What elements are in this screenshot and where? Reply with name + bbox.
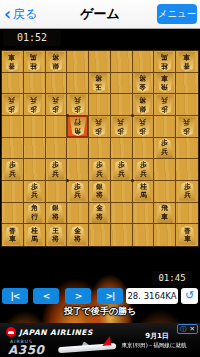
hoshi-dot	[66, 114, 69, 117]
sente-clock: 01:45	[152, 271, 192, 285]
top-nav-bar: ‹ 戻る ゲーム メニュー	[0, 0, 200, 29]
piece-kanji: 歩	[9, 105, 16, 114]
piece-kanji: 兵	[74, 96, 81, 105]
board-cell-r5c9[interactable]	[176, 138, 198, 160]
piece-歩兵-gote[interactable]: 歩兵	[90, 117, 108, 136]
board-cell-r7c9[interactable]: 歩兵	[176, 181, 198, 203]
piece-kanji: 兵	[53, 170, 60, 179]
piece-kanji: 兵	[140, 118, 147, 127]
piece-kanji: 将	[53, 235, 60, 244]
piece-香車-gote[interactable]: 香車	[3, 52, 21, 71]
board-cell-r2c7[interactable]: 金将	[133, 73, 155, 95]
piece-kanji: 王	[53, 227, 60, 236]
piece-kanji: 桂	[31, 61, 38, 70]
last-move-button[interactable]: >|	[97, 288, 123, 304]
piece-kanji: 兵	[96, 170, 103, 179]
board-cell-r8c3[interactable]: 銀将	[46, 203, 68, 225]
piece-香車-gote[interactable]: 香車	[178, 52, 196, 71]
ad-controls-chip: ⓘ ✕	[177, 324, 198, 334]
piece-kanji: 歩	[53, 105, 60, 114]
piece-kanji: 桂	[140, 183, 147, 192]
board-cell-r1c8[interactable]: 桂馬	[154, 51, 176, 73]
board-cell-r8c6[interactable]	[111, 203, 133, 225]
piece-歩兵-sente[interactable]: 歩兵	[156, 138, 174, 157]
board-cell-r5c6[interactable]	[111, 138, 133, 160]
hoshi-dot	[131, 179, 134, 182]
piece-kanji: 兵	[184, 191, 191, 200]
board-cell-r3c9[interactable]	[176, 94, 198, 116]
piece-kanji: 将	[74, 235, 81, 244]
piece-kanji: 車	[162, 74, 169, 83]
move-display-field[interactable]: 28. 3164KA	[126, 288, 178, 304]
piece-kanji: 歩	[162, 139, 169, 148]
piece-kanji: 馬	[31, 235, 38, 244]
board-cell-r7c4[interactable]: 歩兵	[67, 181, 89, 203]
piece-歩兵-sente[interactable]: 歩兵	[3, 160, 21, 179]
piece-kanji: 将	[140, 96, 147, 105]
board-cell-r6c1[interactable]: 歩兵	[2, 159, 24, 181]
piece-kanji: 将	[53, 53, 60, 62]
undo-icon: ↺	[185, 289, 194, 302]
prev-move-button[interactable]: <	[33, 288, 59, 304]
gote-clock: 01:52	[3, 30, 61, 46]
board-cell-r2c8[interactable]: 飛車	[154, 73, 176, 95]
piece-歩兵-gote[interactable]: 歩兵	[134, 117, 152, 136]
piece-歩兵-gote[interactable]: 歩兵	[156, 95, 174, 114]
piece-銀将-sente[interactable]: 銀将	[47, 203, 65, 222]
piece-kanji: 兵	[31, 191, 38, 200]
piece-銀将-gote[interactable]: 銀将	[47, 52, 65, 71]
board-cell-r3c2[interactable]: 歩兵	[24, 94, 46, 116]
board-cell-r5c7[interactable]	[133, 138, 155, 160]
piece-飛車-gote[interactable]: 飛車	[156, 73, 174, 92]
board-cell-r8c4[interactable]	[67, 203, 89, 225]
board-cell-r9c1[interactable]: 香車	[2, 224, 24, 246]
piece-王将-sente[interactable]: 王将	[47, 226, 65, 245]
board-cell-r5c4[interactable]	[67, 138, 89, 160]
board-cell-r1c7[interactable]	[133, 51, 155, 73]
piece-kanji: 飛	[162, 83, 169, 92]
board-cell-r8c7[interactable]	[133, 203, 155, 225]
board-cell-r6c8[interactable]	[154, 159, 176, 181]
piece-歩兵-sente[interactable]: 歩兵	[25, 182, 43, 201]
board-cell-r9c2[interactable]: 桂馬	[24, 224, 46, 246]
piece-kanji: 兵	[96, 118, 103, 127]
board-cell-r5c5[interactable]	[89, 138, 111, 160]
airplane-image	[58, 335, 121, 355]
board-cell-r8c2[interactable]: 角行	[24, 203, 46, 225]
board-cell-r9c7[interactable]	[133, 224, 155, 246]
piece-kanji: 将	[96, 74, 103, 83]
board-cell-r1c3[interactable]: 銀将	[46, 51, 68, 73]
board-cell-r8c1[interactable]	[2, 203, 24, 225]
piece-kanji: 兵	[9, 96, 16, 105]
board-cell-r4c3[interactable]	[46, 116, 68, 138]
piece-飛車-sente[interactable]: 飛車	[156, 203, 174, 222]
piece-kanji: 歩	[118, 161, 125, 170]
piece-金将-sente[interactable]: 金将	[69, 226, 87, 245]
piece-kanji: 車	[184, 53, 191, 62]
piece-kanji: 歩	[53, 161, 60, 170]
piece-kanji: 玉	[96, 83, 103, 92]
board-cell-r1c1[interactable]: 香車	[2, 51, 24, 73]
piece-桂馬-gote[interactable]: 桂馬	[156, 52, 174, 71]
board-cell-r9c6[interactable]	[111, 224, 133, 246]
piece-kanji: 馬	[31, 53, 38, 62]
hoshi-dot	[131, 114, 134, 117]
board-cell-r3c3[interactable]: 歩兵	[46, 94, 68, 116]
hoshi-dot	[66, 179, 69, 182]
piece-kanji: 歩	[118, 126, 125, 135]
piece-kanji: 兵	[118, 118, 125, 127]
board-cell-r1c4[interactable]	[67, 51, 89, 73]
board-cell-r4c8[interactable]	[154, 116, 176, 138]
ad-aircraft-model: A350	[8, 343, 44, 357]
piece-kanji: 角	[74, 126, 81, 135]
piece-歩兵-sente[interactable]: 歩兵	[69, 182, 87, 201]
board-cell-r1c6[interactable]	[111, 51, 133, 73]
piece-kanji: 金	[74, 227, 81, 236]
piece-歩兵-sente[interactable]: 歩兵	[178, 182, 196, 201]
piece-kanji: 将	[140, 74, 147, 83]
piece-金将-gote[interactable]: 金将	[134, 73, 152, 92]
board-cell-r2c1[interactable]	[2, 73, 24, 95]
board-cell-r1c9[interactable]: 香車	[176, 51, 198, 73]
game-result-text: 投了で後手の勝ち	[0, 305, 200, 318]
board-cell-r6c4[interactable]	[67, 159, 89, 181]
board-cell-r9c9[interactable]: 香車	[176, 224, 198, 246]
board-cell-r5c3[interactable]	[46, 138, 68, 160]
piece-kanji: 歩	[184, 183, 191, 192]
piece-kanji: 歩	[162, 105, 169, 114]
board-cell-r6c7[interactable]: 歩兵	[133, 159, 155, 181]
board-cell-r8c5[interactable]: 金将	[89, 203, 111, 225]
board-cell-r4c1[interactable]	[2, 116, 24, 138]
board-cell-r3c8[interactable]: 歩兵	[154, 94, 176, 116]
piece-kanji: 兵	[53, 96, 60, 105]
piece-kanji: 歩	[31, 183, 38, 192]
piece-金将-sente[interactable]: 金将	[90, 203, 108, 222]
board-cell-r4c6[interactable]: 歩兵	[111, 116, 133, 138]
piece-kanji: 飛	[162, 204, 169, 213]
piece-kanji: 将	[96, 191, 103, 200]
undo-button[interactable]: ↺	[181, 288, 198, 304]
board-cell-r4c4[interactable]: 角行	[67, 116, 89, 138]
board-cell-r8c9[interactable]	[176, 203, 198, 225]
board-cell-r5c8[interactable]: 歩兵	[154, 138, 176, 160]
piece-kanji: 桂	[162, 61, 169, 70]
piece-kanji: 香	[9, 61, 16, 70]
board-cell-r6c5[interactable]: 歩兵	[89, 159, 111, 181]
ad-info-icon[interactable]: ⓘ	[180, 325, 187, 333]
board-cell-r9c8[interactable]	[154, 224, 176, 246]
board-cell-r6c3[interactable]: 歩兵	[46, 159, 68, 181]
board-cell-r2c5[interactable]: 玉将	[89, 73, 111, 95]
board-cell-r2c3[interactable]	[46, 73, 68, 95]
ad-route-text: 東京(羽田)－福岡線に就航	[114, 341, 195, 349]
piece-歩兵-gote[interactable]: 歩兵	[112, 117, 130, 136]
board-cell-r6c2[interactable]	[24, 159, 46, 181]
board-cell-r4c9[interactable]: 歩兵	[176, 116, 198, 138]
jal-logo	[6, 327, 16, 337]
piece-kanji: 馬	[140, 191, 147, 200]
piece-角行-sente[interactable]: 角行	[25, 203, 43, 222]
piece-kanji: 歩	[96, 126, 103, 135]
piece-桂馬-sente[interactable]: 桂馬	[25, 226, 43, 245]
board-cell-r2c9[interactable]	[176, 73, 198, 95]
board-cell-r7c8[interactable]	[154, 181, 176, 203]
piece-桂馬-sente[interactable]: 桂馬	[134, 182, 152, 201]
shogi-app: ‹ 戻る ゲーム メニュー 01:52 香車桂馬銀将桂馬香車玉将金将飛車歩兵歩兵…	[0, 0, 200, 357]
piece-kanji: 金	[140, 83, 147, 92]
piece-kanji: 歩	[74, 183, 81, 192]
piece-玉将-gote[interactable]: 玉将	[90, 73, 108, 92]
piece-kanji: 銀	[140, 105, 147, 114]
piece-kanji: 兵	[162, 148, 169, 157]
piece-kanji: 歩	[140, 126, 147, 135]
piece-kanji: 歩	[31, 105, 38, 114]
piece-kanji: 香	[184, 227, 191, 236]
board-cell-r9c3[interactable]: 王将	[46, 224, 68, 246]
board-cell-r1c5[interactable]	[89, 51, 111, 73]
piece-kanji: 兵	[184, 118, 191, 127]
ad-brand-text: JAPAN AIRLINES	[19, 328, 93, 337]
piece-歩兵-gote[interactable]: 歩兵	[25, 95, 43, 114]
board-cell-r9c5[interactable]	[89, 224, 111, 246]
piece-kanji: 歩	[96, 161, 103, 170]
piece-桂馬-gote[interactable]: 桂馬	[25, 52, 43, 71]
piece-kanji: 馬	[162, 53, 169, 62]
piece-歩兵-gote[interactable]: 歩兵	[3, 95, 21, 114]
next-move-button[interactable]: >	[65, 288, 91, 304]
shogi-board[interactable]: 香車桂馬銀将桂馬香車玉将金将飛車歩兵歩兵歩兵歩兵銀将歩兵角行歩兵歩兵歩兵歩兵歩兵…	[1, 50, 199, 247]
piece-kanji: 車	[9, 53, 16, 62]
ad-banner[interactable]: JAPAN AIRLINES AIRBUS A350 9月1日 東京(羽田)－福…	[0, 323, 200, 357]
piece-kanji: 歩	[140, 161, 147, 170]
ad-close-icon[interactable]: ✕	[190, 325, 195, 333]
piece-歩兵-gote[interactable]: 歩兵	[47, 95, 65, 114]
board-cell-r3c1[interactable]: 歩兵	[2, 94, 24, 116]
board-cell-r5c1[interactable]	[2, 138, 24, 160]
board-cell-r7c3[interactable]	[46, 181, 68, 203]
piece-kanji: 車	[162, 213, 169, 222]
board-cell-r7c1[interactable]	[2, 181, 24, 203]
piece-kanji: 銀	[53, 61, 60, 70]
board-cell-r4c7[interactable]: 歩兵	[133, 116, 155, 138]
board-cell-r5c2[interactable]	[24, 138, 46, 160]
piece-kanji: 行	[74, 118, 81, 127]
board-cell-r4c2[interactable]	[24, 116, 46, 138]
piece-kanji: 兵	[31, 96, 38, 105]
piece-kanji: 銀	[53, 204, 60, 213]
board-cell-r3c5[interactable]	[89, 94, 111, 116]
piece-kanji: 歩	[74, 105, 81, 114]
piece-kanji: 歩	[184, 126, 191, 135]
piece-kanji: 車	[9, 235, 16, 244]
piece-kanji: 将	[53, 213, 60, 222]
piece-香車-sente[interactable]: 香車	[178, 226, 196, 245]
piece-kanji: 香	[9, 227, 16, 236]
piece-kanji: 兵	[9, 170, 16, 179]
board-cell-r2c6[interactable]	[111, 73, 133, 95]
board-cell-r3c7[interactable]: 銀将	[133, 94, 155, 116]
board-cell-r8c8[interactable]: 飛車	[154, 203, 176, 225]
piece-kanji: 兵	[162, 96, 169, 105]
piece-歩兵-sente[interactable]: 歩兵	[47, 160, 65, 179]
piece-kanji: 金	[96, 204, 103, 213]
menu-button[interactable]: メニュー	[157, 4, 197, 24]
first-move-button[interactable]: |<	[2, 288, 28, 304]
piece-kanji: 将	[96, 213, 103, 222]
piece-kanji: 角	[31, 204, 38, 213]
piece-kanji: 兵	[118, 170, 125, 179]
piece-kanji: 車	[184, 235, 191, 244]
piece-角行-gote[interactable]: 角行	[69, 117, 87, 136]
board-cell-r7c6[interactable]	[111, 181, 133, 203]
piece-歩兵-sente[interactable]: 歩兵	[134, 160, 152, 179]
piece-香車-sente[interactable]: 香車	[3, 226, 21, 245]
board-cell-r7c7[interactable]: 桂馬	[133, 181, 155, 203]
piece-kanji: 香	[184, 61, 191, 70]
board-cell-r3c6[interactable]	[111, 94, 133, 116]
board-cell-r1c2[interactable]: 桂馬	[24, 51, 46, 73]
board-cell-r2c2[interactable]	[24, 73, 46, 95]
board-cell-r7c2[interactable]: 歩兵	[24, 181, 46, 203]
piece-kanji: 歩	[9, 161, 16, 170]
piece-kanji: 桂	[31, 227, 38, 236]
board-cell-r6c6[interactable]: 歩兵	[111, 159, 133, 181]
board-cell-r3c4[interactable]: 歩兵	[67, 94, 89, 116]
piece-銀将-sente[interactable]: 銀将	[90, 182, 108, 201]
board-cell-r7c5[interactable]: 銀将	[89, 181, 111, 203]
piece-kanji: 行	[31, 213, 38, 222]
board-cell-r4c5[interactable]: 歩兵	[89, 116, 111, 138]
piece-歩兵-sente[interactable]: 歩兵	[90, 160, 108, 179]
piece-歩兵-sente[interactable]: 歩兵	[112, 160, 130, 179]
board-cell-r6c9[interactable]	[176, 159, 198, 181]
board-cell-r2c4[interactable]	[67, 73, 89, 95]
piece-歩兵-gote[interactable]: 歩兵	[178, 117, 196, 136]
piece-歩兵-gote[interactable]: 歩兵	[69, 95, 87, 114]
piece-銀将-gote[interactable]: 銀将	[134, 95, 152, 114]
piece-kanji: 兵	[140, 170, 147, 179]
piece-kanji: 兵	[74, 191, 81, 200]
piece-kanji: 銀	[96, 183, 103, 192]
board-cell-r9c4[interactable]: 金将	[67, 224, 89, 246]
